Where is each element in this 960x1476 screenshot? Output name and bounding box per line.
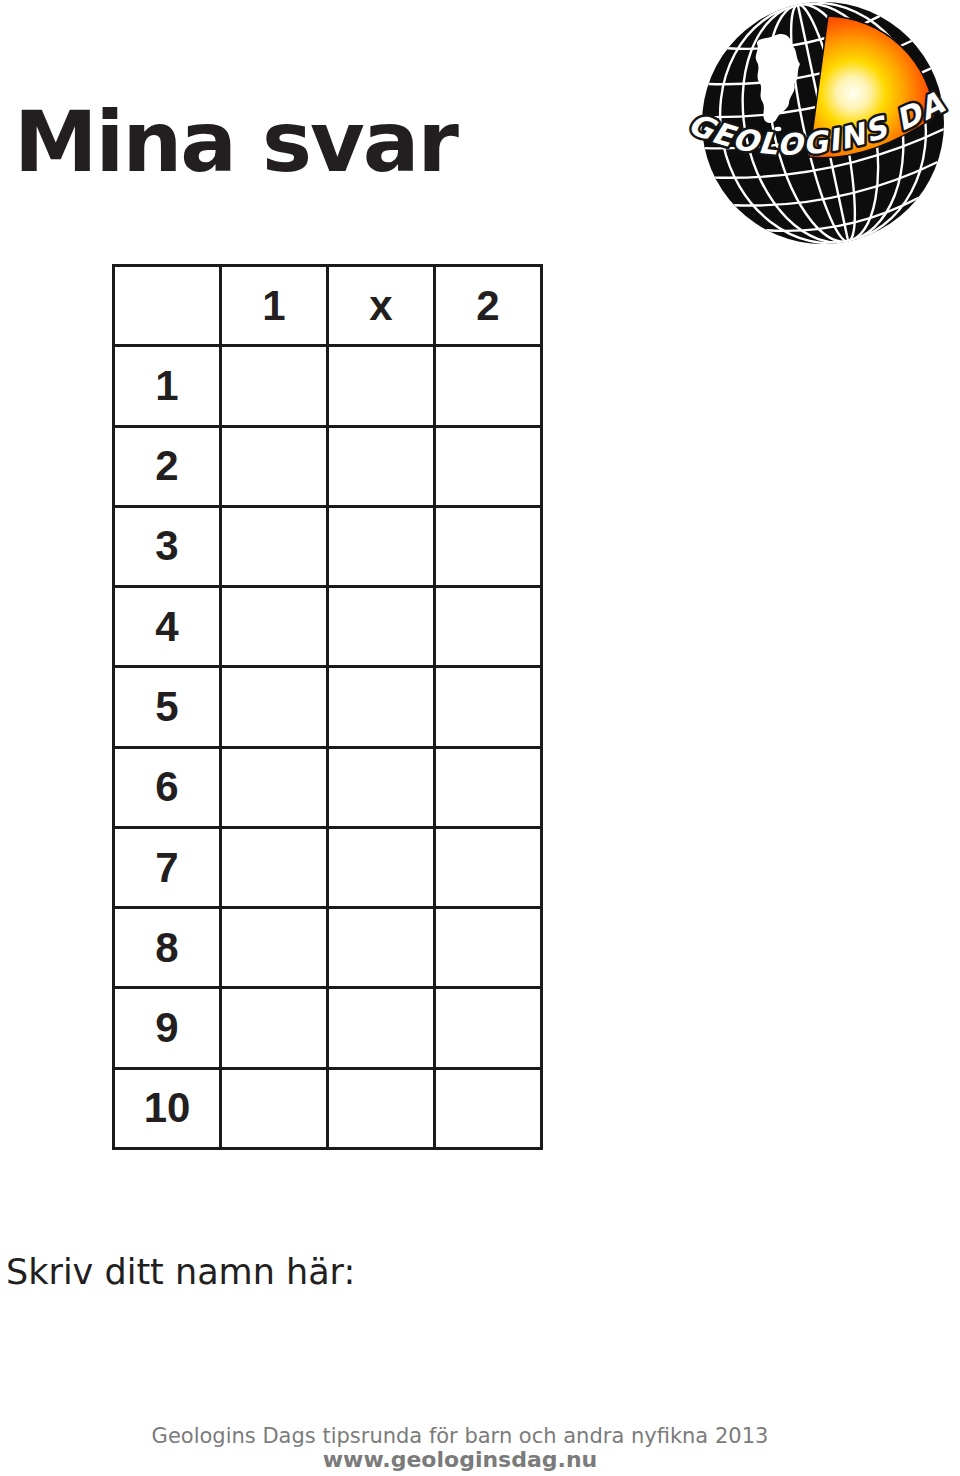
answer-cell-10-1[interactable] [222,1070,326,1147]
answer-cell-1-2[interactable] [436,347,540,424]
answer-cell-9-1[interactable] [222,989,326,1066]
page-title: Mina svar [14,100,457,184]
row-label-4: 4 [115,588,219,665]
answer-cell-5-x[interactable] [329,668,433,745]
answer-cell-5-2[interactable] [436,668,540,745]
row-label-5: 5 [115,668,219,745]
answer-cell-7-x[interactable] [329,829,433,906]
answer-cell-9-2[interactable] [436,989,540,1066]
answer-grid: 1 x 2 1 2 3 4 5 6 7 8 9 10 [112,264,543,1150]
grid-header-col-2: 2 [436,267,540,344]
answer-cell-3-1[interactable] [222,508,326,585]
answer-cell-3-x[interactable] [329,508,433,585]
grid-header-col-1: 1 [222,267,326,344]
answer-cell-6-2[interactable] [436,749,540,826]
answer-cell-8-2[interactable] [436,909,540,986]
answer-cell-7-2[interactable] [436,829,540,906]
answer-cell-4-1[interactable] [222,588,326,665]
answer-cell-5-1[interactable] [222,668,326,745]
row-label-7: 7 [115,829,219,906]
row-label-3: 3 [115,508,219,585]
footer-website-url: www.geologinsdag.nu [0,1448,920,1472]
name-prompt: Skriv ditt namn här: [6,1252,355,1292]
answer-cell-1-1[interactable] [222,347,326,424]
grid-corner-cell [115,267,219,344]
answer-cell-6-x[interactable] [329,749,433,826]
answer-cell-2-x[interactable] [329,428,433,505]
answer-cell-2-2[interactable] [436,428,540,505]
row-label-8: 8 [115,909,219,986]
row-label-6: 6 [115,749,219,826]
answer-cell-7-1[interactable] [222,829,326,906]
row-label-9: 9 [115,989,219,1066]
geologins-dag-logo: GEOLOGINS DAG [688,0,960,250]
answer-cell-10-2[interactable] [436,1070,540,1147]
answer-cell-3-2[interactable] [436,508,540,585]
answer-cell-1-x[interactable] [329,347,433,424]
answer-cell-9-x[interactable] [329,989,433,1066]
answer-cell-8-x[interactable] [329,909,433,986]
answer-cell-6-1[interactable] [222,749,326,826]
grid-header-col-x: x [329,267,433,344]
answer-cell-10-x[interactable] [329,1070,433,1147]
answer-cell-4-x[interactable] [329,588,433,665]
page-footer: Geologins Dags tipsrunda för barn och an… [0,1424,960,1472]
answer-cell-8-1[interactable] [222,909,326,986]
row-label-10: 10 [115,1070,219,1147]
answer-cell-4-2[interactable] [436,588,540,665]
footer-credit-line: Geologins Dags tipsrunda för barn och an… [0,1424,920,1448]
row-label-1: 1 [115,347,219,424]
row-label-2: 2 [115,428,219,505]
answer-cell-2-1[interactable] [222,428,326,505]
